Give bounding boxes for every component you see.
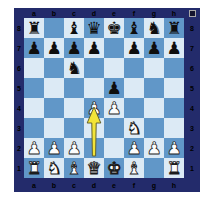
square-f3[interactable]: ♞: [124, 118, 144, 138]
rank-label-right-2-text: 2: [190, 145, 194, 152]
rank-label-right-3-text: 3: [190, 125, 194, 132]
file-label-top-g-text: g: [152, 10, 156, 17]
file-label-bottom-a-text: a: [32, 182, 36, 189]
rank-label-right-7: 7: [184, 38, 200, 58]
file-label-bottom-d-text: d: [92, 182, 96, 189]
rank-label-right-4: 4: [184, 98, 200, 118]
square-h5[interactable]: [164, 78, 184, 98]
rank-label-left-3: 3: [14, 118, 24, 138]
square-f8[interactable]: ♝: [124, 18, 144, 38]
square-d8[interactable]: ♛: [84, 18, 104, 38]
file-label-bottom-f-text: f: [133, 182, 135, 189]
square-e2[interactable]: [104, 138, 124, 158]
square-f2[interactable]: ♟: [124, 138, 144, 158]
square-f6[interactable]: [124, 58, 144, 78]
square-a1[interactable]: ♜: [24, 158, 44, 178]
piece-white-rook[interactable]: ♜: [166, 158, 181, 178]
square-a2[interactable]: ♟: [24, 138, 44, 158]
square-h4[interactable]: [164, 98, 184, 118]
file-label-top-c: c: [64, 8, 84, 18]
square-h8[interactable]: ♜: [164, 18, 184, 38]
rank-label-left-6-text: 6: [17, 65, 21, 72]
piece-white-bishop[interactable]: ♝: [66, 158, 81, 178]
square-b6[interactable]: [44, 58, 64, 78]
square-e6[interactable]: [104, 58, 124, 78]
file-label-top-d-text: d: [92, 10, 96, 17]
rank-label-left-1: 1: [14, 158, 24, 178]
rank-label-left-4: 4: [14, 98, 24, 118]
chess-board: abcdefgh8♜♝♛♚♝♞♜87♟♟♟♟♟♟♟76♞65♟54♟♟43♞32…: [14, 8, 200, 192]
rank-label-right-5: 5: [184, 78, 200, 98]
rank-label-right-7-text: 7: [190, 45, 194, 52]
rank-label-left-7: 7: [14, 38, 24, 58]
piece-white-bishop[interactable]: ♝: [126, 158, 141, 178]
file-label-top-d: d: [84, 8, 104, 18]
square-d5[interactable]: [84, 78, 104, 98]
square-g7[interactable]: ♟: [144, 38, 164, 58]
piece-black-pawn[interactable]: ♟: [146, 38, 161, 58]
rank-label-left-3-text: 3: [17, 125, 21, 132]
corner-bottom-right: [184, 178, 200, 192]
square-g4[interactable]: [144, 98, 164, 118]
square-e5[interactable]: ♟: [104, 78, 124, 98]
square-d7[interactable]: ♟: [84, 38, 104, 58]
square-b7[interactable]: ♟: [44, 38, 64, 58]
square-f4[interactable]: [124, 98, 144, 118]
file-label-top-a: a: [24, 8, 44, 18]
square-e3[interactable]: [104, 118, 124, 138]
file-label-top-g: g: [144, 8, 164, 18]
square-c5[interactable]: [64, 78, 84, 98]
square-g2[interactable]: ♟: [144, 138, 164, 158]
square-f1[interactable]: ♝: [124, 158, 144, 178]
file-label-bottom-d: d: [84, 178, 104, 192]
square-g1[interactable]: [144, 158, 164, 178]
square-h7[interactable]: ♟: [164, 38, 184, 58]
square-e7[interactable]: [104, 38, 124, 58]
file-label-bottom-g: g: [144, 178, 164, 192]
square-c8[interactable]: ♝: [64, 18, 84, 38]
rank-label-left-5: 5: [14, 78, 24, 98]
file-label-bottom-a: a: [24, 178, 44, 192]
file-label-top-h-text: h: [172, 10, 176, 17]
piece-white-pawn[interactable]: ♟: [26, 138, 41, 158]
piece-black-pawn[interactable]: ♟: [46, 38, 61, 58]
square-a3[interactable]: [24, 118, 44, 138]
square-h2[interactable]: ♟: [164, 138, 184, 158]
piece-black-king[interactable]: ♚: [106, 18, 121, 38]
piece-black-bishop[interactable]: ♝: [66, 18, 81, 38]
rank-label-right-5-text: 5: [190, 85, 194, 92]
rank-label-right-8: 8: [184, 18, 200, 38]
square-g3[interactable]: [144, 118, 164, 138]
square-b8[interactable]: [44, 18, 64, 38]
rank-label-right-1-text: 1: [190, 165, 194, 172]
piece-black-pawn[interactable]: ♟: [166, 38, 181, 58]
piece-white-pawn[interactable]: ♟: [46, 138, 61, 158]
piece-black-pawn[interactable]: ♟: [126, 38, 141, 58]
file-label-top-c-text: c: [72, 10, 76, 17]
corner-top-left: [14, 8, 24, 18]
rank-label-right-8-text: 8: [190, 25, 194, 32]
rank-label-left-5-text: 5: [17, 85, 21, 92]
piece-white-pawn[interactable]: ♟: [106, 98, 121, 118]
rank-label-left-8: 8: [14, 18, 24, 38]
piece-white-pawn[interactable]: ♟: [86, 98, 101, 118]
file-label-bottom-b: b: [44, 178, 64, 192]
piece-white-knight[interactable]: ♞: [126, 118, 141, 138]
piece-black-pawn[interactable]: ♟: [26, 38, 41, 58]
file-label-top-b: b: [44, 8, 64, 18]
square-d1[interactable]: ♛: [84, 158, 104, 178]
piece-white-pawn[interactable]: ♟: [166, 138, 181, 158]
piece-white-queen[interactable]: ♛: [86, 158, 101, 178]
square-e4[interactable]: ♟: [104, 98, 124, 118]
square-h1[interactable]: ♜: [164, 158, 184, 178]
square-a7[interactable]: ♟: [24, 38, 44, 58]
rank-label-left-1-text: 1: [17, 165, 21, 172]
square-c3[interactable]: [64, 118, 84, 138]
rank-label-left-8-text: 8: [17, 25, 21, 32]
square-g6[interactable]: [144, 58, 164, 78]
file-label-bottom-e: e: [104, 178, 124, 192]
file-label-top-f: f: [124, 8, 144, 18]
rank-label-right-3: 3: [184, 118, 200, 138]
square-f7[interactable]: ♟: [124, 38, 144, 58]
rank-label-right-6-text: 6: [190, 65, 194, 72]
square-c2[interactable]: ♟: [64, 138, 84, 158]
piece-white-pawn[interactable]: ♟: [126, 138, 141, 158]
square-a8[interactable]: ♜: [24, 18, 44, 38]
square-c4[interactable]: [64, 98, 84, 118]
file-label-top-e: e: [104, 8, 124, 18]
piece-black-knight[interactable]: ♞: [146, 18, 161, 38]
file-label-bottom-f: f: [124, 178, 144, 192]
file-label-top-a-text: a: [32, 10, 36, 17]
square-f5[interactable]: [124, 78, 144, 98]
file-label-bottom-g-text: g: [152, 182, 156, 189]
square-h6[interactable]: [164, 58, 184, 78]
file-label-top-f-text: f: [133, 10, 135, 17]
piece-black-pawn[interactable]: ♟: [86, 38, 101, 58]
corner-bottom-left: [14, 178, 24, 192]
rank-label-right-1: 1: [184, 158, 200, 178]
rank-label-left-7-text: 7: [17, 45, 21, 52]
square-c6[interactable]: ♞: [64, 58, 84, 78]
file-label-bottom-b-text: b: [52, 182, 56, 189]
piece-black-pawn[interactable]: ♟: [66, 38, 81, 58]
corner-top-right: [184, 8, 200, 18]
piece-black-pawn[interactable]: ♟: [106, 78, 121, 98]
rank-label-left-4-text: 4: [17, 105, 21, 112]
file-label-bottom-h-text: h: [172, 182, 176, 189]
square-h3[interactable]: [164, 118, 184, 138]
piece-white-pawn[interactable]: ♟: [146, 138, 161, 158]
file-label-bottom-h: h: [164, 178, 184, 192]
piece-white-rook[interactable]: ♜: [26, 158, 41, 178]
square-e8[interactable]: ♚: [104, 18, 124, 38]
piece-white-knight[interactable]: ♞: [46, 158, 61, 178]
rank-label-right-6: 6: [184, 58, 200, 78]
square-a5[interactable]: [24, 78, 44, 98]
square-e1[interactable]: ♚: [104, 158, 124, 178]
piece-white-pawn[interactable]: ♟: [66, 138, 81, 158]
square-b1[interactable]: ♞: [44, 158, 64, 178]
piece-black-bishop[interactable]: ♝: [126, 18, 141, 38]
rank-label-left-2-text: 2: [17, 145, 21, 152]
file-label-top-h: h: [164, 8, 184, 18]
square-d4[interactable]: ♟: [84, 98, 104, 118]
rank-label-right-2: 2: [184, 138, 200, 158]
rank-label-left-6: 6: [14, 58, 24, 78]
square-b4[interactable]: [44, 98, 64, 118]
piece-white-king[interactable]: ♚: [106, 158, 121, 178]
file-label-top-b-text: b: [52, 10, 56, 17]
square-d2[interactable]: [84, 138, 104, 158]
piece-black-rook[interactable]: ♜: [166, 18, 181, 38]
square-c7[interactable]: ♟: [64, 38, 84, 58]
square-g5[interactable]: [144, 78, 164, 98]
rank-label-left-2: 2: [14, 138, 24, 158]
rank-label-right-4-text: 4: [190, 105, 194, 112]
piece-black-rook[interactable]: ♜: [26, 18, 41, 38]
piece-black-queen[interactable]: ♛: [86, 18, 101, 38]
file-label-bottom-c: c: [64, 178, 84, 192]
square-g8[interactable]: ♞: [144, 18, 164, 38]
square-b5[interactable]: [44, 78, 64, 98]
chess-diagram: abcdefgh8♜♝♛♚♝♞♜87♟♟♟♟♟♟♟76♞65♟54♟♟43♞32…: [0, 0, 212, 202]
file-label-bottom-e-text: e: [112, 182, 116, 189]
square-c1[interactable]: ♝: [64, 158, 84, 178]
file-label-bottom-c-text: c: [72, 182, 76, 189]
square-d6[interactable]: [84, 58, 104, 78]
square-d3[interactable]: [84, 118, 104, 138]
file-label-top-e-text: e: [112, 10, 116, 17]
piece-black-knight[interactable]: ♞: [66, 58, 81, 78]
square-b3[interactable]: [44, 118, 64, 138]
square-a6[interactable]: [24, 58, 44, 78]
square-b2[interactable]: ♟: [44, 138, 64, 158]
square-a4[interactable]: [24, 98, 44, 118]
side-to-move-indicator: [189, 10, 196, 17]
